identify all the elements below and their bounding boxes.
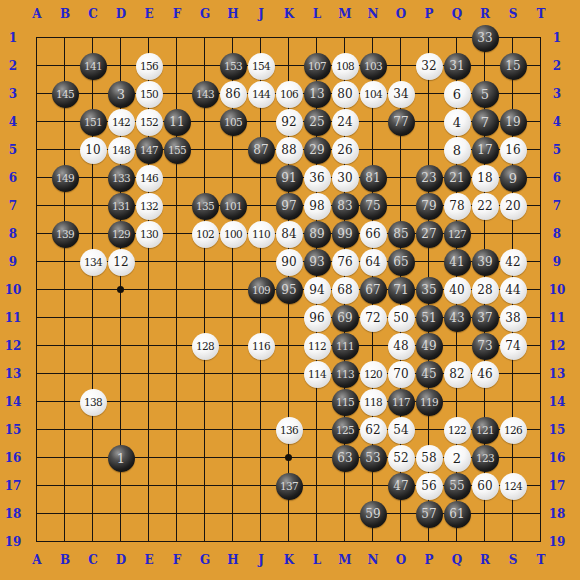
intersection-O14[interactable]: 117 [387, 388, 415, 416]
intersection-D6[interactable]: 133 [107, 164, 135, 192]
intersection-B15[interactable] [51, 416, 79, 444]
intersection-R15[interactable]: 121 [471, 416, 499, 444]
intersection-P4[interactable] [415, 108, 443, 136]
intersection-M2[interactable]: 108 [331, 52, 359, 80]
intersection-N11[interactable]: 72 [359, 304, 387, 332]
intersection-P17[interactable]: 56 [415, 472, 443, 500]
intersection-G7[interactable]: 135 [191, 192, 219, 220]
intersection-Q4[interactable]: 4 [443, 108, 471, 136]
intersection-A4[interactable] [23, 108, 51, 136]
intersection-B2[interactable] [51, 52, 79, 80]
intersection-A3[interactable] [23, 80, 51, 108]
intersection-O2[interactable] [387, 52, 415, 80]
intersection-O5[interactable] [387, 136, 415, 164]
intersection-B7[interactable] [51, 192, 79, 220]
intersection-C8[interactable] [79, 220, 107, 248]
intersection-G15[interactable] [191, 416, 219, 444]
intersection-L16[interactable] [303, 444, 331, 472]
intersection-J14[interactable] [247, 388, 275, 416]
intersection-L12[interactable]: 112 [303, 332, 331, 360]
intersection-A12[interactable] [23, 332, 51, 360]
intersection-K10[interactable]: 95 [275, 276, 303, 304]
intersection-D1[interactable] [107, 24, 135, 52]
intersection-P11[interactable]: 51 [415, 304, 443, 332]
intersection-Q10[interactable]: 40 [443, 276, 471, 304]
intersection-F2[interactable] [163, 52, 191, 80]
intersection-M1[interactable] [331, 24, 359, 52]
intersection-K16[interactable] [275, 444, 303, 472]
intersection-S3[interactable] [499, 80, 527, 108]
intersection-A9[interactable] [23, 248, 51, 276]
intersection-K1[interactable] [275, 24, 303, 52]
intersection-G11[interactable] [191, 304, 219, 332]
intersection-L17[interactable] [303, 472, 331, 500]
intersection-H15[interactable] [219, 416, 247, 444]
intersection-H16[interactable] [219, 444, 247, 472]
intersection-M12[interactable]: 111 [331, 332, 359, 360]
intersection-C2[interactable]: 141 [79, 52, 107, 80]
intersection-G6[interactable] [191, 164, 219, 192]
intersection-R18[interactable] [471, 500, 499, 528]
intersection-P18[interactable]: 57 [415, 500, 443, 528]
intersection-N4[interactable] [359, 108, 387, 136]
intersection-M19[interactable] [331, 528, 359, 556]
intersection-R19[interactable] [471, 528, 499, 556]
intersection-S8[interactable] [499, 220, 527, 248]
intersection-J4[interactable] [247, 108, 275, 136]
intersection-R17[interactable]: 60 [471, 472, 499, 500]
intersection-O18[interactable] [387, 500, 415, 528]
intersection-G18[interactable] [191, 500, 219, 528]
intersection-Q1[interactable] [443, 24, 471, 52]
intersection-Q8[interactable]: 127 [443, 220, 471, 248]
intersection-M9[interactable]: 76 [331, 248, 359, 276]
intersection-R14[interactable] [471, 388, 499, 416]
intersection-C7[interactable] [79, 192, 107, 220]
intersection-R9[interactable]: 39 [471, 248, 499, 276]
intersection-N2[interactable]: 103 [359, 52, 387, 80]
intersection-R10[interactable]: 28 [471, 276, 499, 304]
intersection-J8[interactable]: 110 [247, 220, 275, 248]
intersection-D7[interactable]: 131 [107, 192, 135, 220]
intersection-L9[interactable]: 93 [303, 248, 331, 276]
intersection-R5[interactable]: 17 [471, 136, 499, 164]
intersection-M14[interactable]: 115 [331, 388, 359, 416]
intersection-O6[interactable] [387, 164, 415, 192]
intersection-G14[interactable] [191, 388, 219, 416]
intersection-E4[interactable]: 152 [135, 108, 163, 136]
intersection-L10[interactable]: 94 [303, 276, 331, 304]
intersection-O7[interactable] [387, 192, 415, 220]
intersection-S2[interactable]: 15 [499, 52, 527, 80]
intersection-E12[interactable] [135, 332, 163, 360]
intersection-N8[interactable]: 66 [359, 220, 387, 248]
intersection-M3[interactable]: 80 [331, 80, 359, 108]
intersection-C17[interactable] [79, 472, 107, 500]
intersection-F3[interactable] [163, 80, 191, 108]
intersection-S19[interactable] [499, 528, 527, 556]
intersection-C1[interactable] [79, 24, 107, 52]
intersection-Q17[interactable]: 55 [443, 472, 471, 500]
intersection-Q18[interactable]: 61 [443, 500, 471, 528]
intersection-S13[interactable] [499, 360, 527, 388]
intersection-R11[interactable]: 37 [471, 304, 499, 332]
intersection-K3[interactable]: 106 [275, 80, 303, 108]
intersection-L15[interactable] [303, 416, 331, 444]
intersection-D17[interactable] [107, 472, 135, 500]
intersection-N19[interactable] [359, 528, 387, 556]
intersection-R6[interactable]: 18 [471, 164, 499, 192]
intersection-S17[interactable]: 124 [499, 472, 527, 500]
intersection-E8[interactable]: 130 [135, 220, 163, 248]
intersection-A7[interactable] [23, 192, 51, 220]
intersection-B8[interactable]: 139 [51, 220, 79, 248]
intersection-G1[interactable] [191, 24, 219, 52]
intersection-S11[interactable]: 38 [499, 304, 527, 332]
intersection-B1[interactable] [51, 24, 79, 52]
intersection-K17[interactable]: 137 [275, 472, 303, 500]
intersection-M7[interactable]: 83 [331, 192, 359, 220]
intersection-C13[interactable] [79, 360, 107, 388]
intersection-F12[interactable] [163, 332, 191, 360]
intersection-S16[interactable] [499, 444, 527, 472]
intersection-R2[interactable] [471, 52, 499, 80]
intersection-R16[interactable]: 123 [471, 444, 499, 472]
intersection-F11[interactable] [163, 304, 191, 332]
intersection-Q2[interactable]: 31 [443, 52, 471, 80]
intersection-J2[interactable]: 154 [247, 52, 275, 80]
intersection-C10[interactable] [79, 276, 107, 304]
intersection-B9[interactable] [51, 248, 79, 276]
intersection-M18[interactable] [331, 500, 359, 528]
intersection-K7[interactable]: 97 [275, 192, 303, 220]
intersection-A8[interactable] [23, 220, 51, 248]
intersection-R12[interactable]: 73 [471, 332, 499, 360]
intersection-H9[interactable] [219, 248, 247, 276]
intersection-Q11[interactable]: 43 [443, 304, 471, 332]
intersection-J16[interactable] [247, 444, 275, 472]
intersection-J1[interactable] [247, 24, 275, 52]
intersection-R8[interactable] [471, 220, 499, 248]
intersection-P9[interactable] [415, 248, 443, 276]
intersection-B13[interactable] [51, 360, 79, 388]
intersection-O8[interactable]: 85 [387, 220, 415, 248]
intersection-L11[interactable]: 96 [303, 304, 331, 332]
intersection-H14[interactable] [219, 388, 247, 416]
intersection-D9[interactable]: 12 [107, 248, 135, 276]
intersection-G8[interactable]: 102 [191, 220, 219, 248]
intersection-K13[interactable] [275, 360, 303, 388]
intersection-O1[interactable] [387, 24, 415, 52]
intersection-Q12[interactable] [443, 332, 471, 360]
intersection-M4[interactable]: 24 [331, 108, 359, 136]
intersection-Q13[interactable]: 82 [443, 360, 471, 388]
intersection-K14[interactable] [275, 388, 303, 416]
intersection-F19[interactable] [163, 528, 191, 556]
intersection-D5[interactable]: 148 [107, 136, 135, 164]
intersection-F16[interactable] [163, 444, 191, 472]
intersection-P1[interactable] [415, 24, 443, 52]
intersection-O4[interactable]: 77 [387, 108, 415, 136]
intersection-O17[interactable]: 47 [387, 472, 415, 500]
intersection-G16[interactable] [191, 444, 219, 472]
intersection-Q5[interactable]: 8 [443, 136, 471, 164]
intersection-J15[interactable] [247, 416, 275, 444]
intersection-A11[interactable] [23, 304, 51, 332]
intersection-P10[interactable]: 35 [415, 276, 443, 304]
intersection-K4[interactable]: 92 [275, 108, 303, 136]
intersection-N7[interactable]: 75 [359, 192, 387, 220]
intersection-S1[interactable] [499, 24, 527, 52]
intersection-O12[interactable]: 48 [387, 332, 415, 360]
intersection-B17[interactable] [51, 472, 79, 500]
intersection-S9[interactable]: 42 [499, 248, 527, 276]
intersection-R4[interactable]: 7 [471, 108, 499, 136]
intersection-D3[interactable]: 3 [107, 80, 135, 108]
intersection-J3[interactable]: 144 [247, 80, 275, 108]
intersection-L4[interactable]: 25 [303, 108, 331, 136]
intersection-P3[interactable] [415, 80, 443, 108]
intersection-J10[interactable]: 109 [247, 276, 275, 304]
intersection-N18[interactable]: 59 [359, 500, 387, 528]
intersection-H7[interactable]: 101 [219, 192, 247, 220]
intersection-D4[interactable]: 142 [107, 108, 135, 136]
intersection-H11[interactable] [219, 304, 247, 332]
intersection-H18[interactable] [219, 500, 247, 528]
intersection-E16[interactable] [135, 444, 163, 472]
intersection-J6[interactable] [247, 164, 275, 192]
intersection-J19[interactable] [247, 528, 275, 556]
intersection-A16[interactable] [23, 444, 51, 472]
intersection-D12[interactable] [107, 332, 135, 360]
intersection-Q3[interactable]: 6 [443, 80, 471, 108]
intersection-R7[interactable]: 22 [471, 192, 499, 220]
intersection-L18[interactable] [303, 500, 331, 528]
intersection-D18[interactable] [107, 500, 135, 528]
intersection-L5[interactable]: 29 [303, 136, 331, 164]
intersection-E13[interactable] [135, 360, 163, 388]
intersection-E5[interactable]: 147 [135, 136, 163, 164]
intersection-F7[interactable] [163, 192, 191, 220]
intersection-G9[interactable] [191, 248, 219, 276]
intersection-J5[interactable]: 87 [247, 136, 275, 164]
intersection-P5[interactable] [415, 136, 443, 164]
intersection-E9[interactable] [135, 248, 163, 276]
intersection-N9[interactable]: 64 [359, 248, 387, 276]
intersection-C5[interactable]: 10 [79, 136, 107, 164]
intersection-F10[interactable] [163, 276, 191, 304]
intersection-C18[interactable] [79, 500, 107, 528]
intersection-A1[interactable] [23, 24, 51, 52]
intersection-J17[interactable] [247, 472, 275, 500]
intersection-A18[interactable] [23, 500, 51, 528]
intersection-S14[interactable] [499, 388, 527, 416]
intersection-P13[interactable]: 45 [415, 360, 443, 388]
intersection-D11[interactable] [107, 304, 135, 332]
intersection-F18[interactable] [163, 500, 191, 528]
intersection-N10[interactable]: 67 [359, 276, 387, 304]
intersection-M10[interactable]: 68 [331, 276, 359, 304]
intersection-H3[interactable]: 86 [219, 80, 247, 108]
intersection-O16[interactable]: 52 [387, 444, 415, 472]
intersection-R1[interactable]: 33 [471, 24, 499, 52]
intersection-A17[interactable] [23, 472, 51, 500]
intersection-O11[interactable]: 50 [387, 304, 415, 332]
intersection-C9[interactable]: 134 [79, 248, 107, 276]
intersection-M6[interactable]: 30 [331, 164, 359, 192]
intersection-M17[interactable] [331, 472, 359, 500]
intersection-F8[interactable] [163, 220, 191, 248]
intersection-G5[interactable] [191, 136, 219, 164]
intersection-Q9[interactable]: 41 [443, 248, 471, 276]
intersection-L19[interactable] [303, 528, 331, 556]
intersection-L8[interactable]: 89 [303, 220, 331, 248]
intersection-B3[interactable]: 145 [51, 80, 79, 108]
intersection-E14[interactable] [135, 388, 163, 416]
intersection-K18[interactable] [275, 500, 303, 528]
intersection-N3[interactable]: 104 [359, 80, 387, 108]
intersection-N16[interactable]: 53 [359, 444, 387, 472]
intersection-F14[interactable] [163, 388, 191, 416]
intersection-N13[interactable]: 120 [359, 360, 387, 388]
intersection-L13[interactable]: 114 [303, 360, 331, 388]
intersection-K5[interactable]: 88 [275, 136, 303, 164]
intersection-D8[interactable]: 129 [107, 220, 135, 248]
intersection-N12[interactable] [359, 332, 387, 360]
intersection-O13[interactable]: 70 [387, 360, 415, 388]
intersection-K15[interactable]: 136 [275, 416, 303, 444]
intersection-E2[interactable]: 156 [135, 52, 163, 80]
intersection-B10[interactable] [51, 276, 79, 304]
intersection-A15[interactable] [23, 416, 51, 444]
intersection-P12[interactable]: 49 [415, 332, 443, 360]
intersection-K12[interactable] [275, 332, 303, 360]
intersection-H12[interactable] [219, 332, 247, 360]
intersection-O15[interactable]: 54 [387, 416, 415, 444]
intersection-B5[interactable] [51, 136, 79, 164]
intersection-D13[interactable] [107, 360, 135, 388]
intersection-H5[interactable] [219, 136, 247, 164]
intersection-A13[interactable] [23, 360, 51, 388]
intersection-N15[interactable]: 62 [359, 416, 387, 444]
intersection-S4[interactable]: 19 [499, 108, 527, 136]
intersection-K19[interactable] [275, 528, 303, 556]
intersection-R3[interactable]: 5 [471, 80, 499, 108]
intersection-H4[interactable]: 105 [219, 108, 247, 136]
intersection-P15[interactable] [415, 416, 443, 444]
intersection-P19[interactable] [415, 528, 443, 556]
intersection-K2[interactable] [275, 52, 303, 80]
intersection-M11[interactable]: 69 [331, 304, 359, 332]
intersection-A2[interactable] [23, 52, 51, 80]
intersection-F15[interactable] [163, 416, 191, 444]
intersection-N17[interactable] [359, 472, 387, 500]
intersection-C4[interactable]: 151 [79, 108, 107, 136]
intersection-P16[interactable]: 58 [415, 444, 443, 472]
intersection-G19[interactable] [191, 528, 219, 556]
intersection-K6[interactable]: 91 [275, 164, 303, 192]
intersection-Q15[interactable]: 122 [443, 416, 471, 444]
intersection-D2[interactable] [107, 52, 135, 80]
intersection-B19[interactable] [51, 528, 79, 556]
intersection-Q19[interactable] [443, 528, 471, 556]
intersection-G4[interactable] [191, 108, 219, 136]
intersection-F9[interactable] [163, 248, 191, 276]
intersection-O3[interactable]: 34 [387, 80, 415, 108]
intersection-S15[interactable]: 126 [499, 416, 527, 444]
intersection-N6[interactable]: 81 [359, 164, 387, 192]
intersection-G12[interactable]: 128 [191, 332, 219, 360]
intersection-P8[interactable]: 27 [415, 220, 443, 248]
intersection-P7[interactable]: 79 [415, 192, 443, 220]
intersection-A19[interactable] [23, 528, 51, 556]
intersection-E11[interactable] [135, 304, 163, 332]
intersection-L14[interactable] [303, 388, 331, 416]
intersection-H8[interactable]: 100 [219, 220, 247, 248]
intersection-G10[interactable] [191, 276, 219, 304]
intersection-L1[interactable] [303, 24, 331, 52]
intersection-S7[interactable]: 20 [499, 192, 527, 220]
intersection-C15[interactable] [79, 416, 107, 444]
intersection-F4[interactable]: 11 [163, 108, 191, 136]
intersection-C6[interactable] [79, 164, 107, 192]
intersection-J13[interactable] [247, 360, 275, 388]
intersection-M16[interactable]: 63 [331, 444, 359, 472]
intersection-P2[interactable]: 32 [415, 52, 443, 80]
intersection-A14[interactable] [23, 388, 51, 416]
intersection-B6[interactable]: 149 [51, 164, 79, 192]
intersection-G2[interactable] [191, 52, 219, 80]
intersection-O9[interactable]: 65 [387, 248, 415, 276]
intersection-F17[interactable] [163, 472, 191, 500]
intersection-E10[interactable] [135, 276, 163, 304]
intersection-C14[interactable]: 138 [79, 388, 107, 416]
intersection-S5[interactable]: 16 [499, 136, 527, 164]
intersection-B16[interactable] [51, 444, 79, 472]
intersection-C11[interactable] [79, 304, 107, 332]
intersection-L6[interactable]: 36 [303, 164, 331, 192]
intersection-B12[interactable] [51, 332, 79, 360]
intersection-D14[interactable] [107, 388, 135, 416]
intersection-Q7[interactable]: 78 [443, 192, 471, 220]
intersection-N14[interactable]: 118 [359, 388, 387, 416]
intersection-B4[interactable] [51, 108, 79, 136]
intersection-L3[interactable]: 13 [303, 80, 331, 108]
intersection-S12[interactable]: 74 [499, 332, 527, 360]
intersection-E19[interactable] [135, 528, 163, 556]
intersection-B18[interactable] [51, 500, 79, 528]
intersection-O10[interactable]: 71 [387, 276, 415, 304]
intersection-A10[interactable] [23, 276, 51, 304]
intersection-Q6[interactable]: 21 [443, 164, 471, 192]
intersection-L7[interactable]: 98 [303, 192, 331, 220]
intersection-E6[interactable]: 146 [135, 164, 163, 192]
intersection-H10[interactable] [219, 276, 247, 304]
intersection-N1[interactable] [359, 24, 387, 52]
intersection-R13[interactable]: 46 [471, 360, 499, 388]
intersection-J7[interactable] [247, 192, 275, 220]
intersection-E18[interactable] [135, 500, 163, 528]
intersection-C16[interactable] [79, 444, 107, 472]
intersection-K8[interactable]: 84 [275, 220, 303, 248]
intersection-C19[interactable] [79, 528, 107, 556]
intersection-S10[interactable]: 44 [499, 276, 527, 304]
intersection-F13[interactable] [163, 360, 191, 388]
intersection-E15[interactable] [135, 416, 163, 444]
intersection-Q14[interactable] [443, 388, 471, 416]
intersection-B11[interactable] [51, 304, 79, 332]
intersection-P14[interactable]: 119 [415, 388, 443, 416]
